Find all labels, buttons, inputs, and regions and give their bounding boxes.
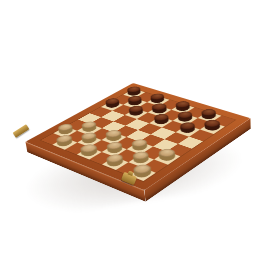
scene bbox=[0, 0, 255, 255]
checker-dark[interactable] bbox=[151, 117, 171, 126]
square-r3c5[interactable] bbox=[150, 127, 175, 139]
checker-dark[interactable] bbox=[202, 123, 222, 132]
checkers-board bbox=[25, 83, 250, 190]
checkers-set-photo bbox=[0, 0, 255, 255]
square-r7c1[interactable] bbox=[52, 137, 77, 149]
